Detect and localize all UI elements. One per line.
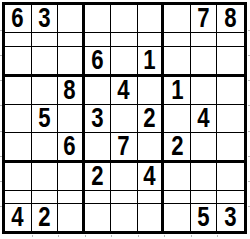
- given-digit: 8: [64, 77, 76, 104]
- cell-r4c8[interactable]: [191, 77, 218, 105]
- cell-r5c6[interactable]: 2: [138, 105, 165, 133]
- grid-edge-tick: [0, 206, 2, 207]
- cell-r4c5[interactable]: 4: [111, 77, 138, 105]
- cell-r1c3[interactable]: [58, 5, 85, 33]
- cell-r4c2[interactable]: [32, 77, 59, 105]
- given-digit: 1: [171, 77, 183, 104]
- grid-edge-tick: [32, 235, 33, 237]
- cell-r7c6[interactable]: 4: [138, 163, 165, 191]
- grid-edge-tick: [111, 235, 112, 237]
- cell-r8c5[interactable]: [111, 191, 138, 205]
- cell-r5c3[interactable]: [58, 105, 85, 133]
- grid-edge-tick: [248, 156, 250, 157]
- given-digit: 4: [12, 204, 24, 231]
- cell-r5c9[interactable]: [217, 105, 244, 133]
- cell-r3c6[interactable]: 1: [138, 47, 165, 77]
- cell-r6c6[interactable]: [138, 133, 165, 163]
- cell-r3c1[interactable]: [5, 47, 32, 77]
- cell-r1c4[interactable]: [85, 5, 112, 33]
- grid-edge-tick: [0, 80, 2, 81]
- cell-r6c9[interactable]: [217, 133, 244, 163]
- grid-edge-tick: [0, 131, 2, 132]
- cell-r4c9[interactable]: [217, 77, 244, 105]
- grid-edge-tick: [248, 206, 250, 207]
- cell-r7c9[interactable]: [217, 163, 244, 191]
- given-digit: 2: [171, 133, 183, 160]
- cell-r7c3[interactable]: [58, 163, 85, 191]
- grid-edge-tick: [58, 235, 59, 237]
- grid-edge-tick: [248, 181, 250, 182]
- cell-r4c6[interactable]: [138, 77, 165, 105]
- cell-r6c7[interactable]: 2: [164, 133, 191, 163]
- given-digit: 2: [38, 204, 50, 231]
- grid-edge-tick: [248, 30, 250, 31]
- given-digit: 7: [118, 133, 130, 160]
- sudoku-board: 6378618415324672244253: [2, 2, 247, 234]
- cell-r6c8[interactable]: [191, 133, 218, 163]
- given-digit: 6: [91, 47, 103, 74]
- cell-r3c4[interactable]: 6: [85, 47, 112, 77]
- given-digit: 2: [91, 163, 103, 190]
- cell-r3c3[interactable]: [58, 47, 85, 77]
- cell-r5c4[interactable]: 3: [85, 105, 112, 133]
- given-digit: 5: [38, 105, 50, 132]
- cell-r8c6[interactable]: [138, 191, 165, 205]
- grid-edge-tick: [138, 235, 139, 237]
- given-digit: 3: [38, 5, 50, 32]
- cell-r1c7[interactable]: [164, 5, 191, 33]
- cell-r3c2[interactable]: [32, 47, 59, 77]
- cell-r4c4[interactable]: [85, 77, 112, 105]
- cell-r7c4[interactable]: 2: [85, 163, 112, 191]
- cell-r2c2[interactable]: [32, 33, 59, 47]
- cell-r1c2[interactable]: 3: [32, 5, 59, 33]
- cell-r3c8[interactable]: [191, 47, 218, 77]
- cell-r5c8[interactable]: 4: [191, 105, 218, 133]
- given-digit: 4: [197, 105, 209, 132]
- cell-r9c2[interactable]: 2: [32, 204, 59, 231]
- given-digit: 4: [143, 163, 155, 190]
- sudoku-screenshot: { "game": "sudoku", "puzzle": { "rows": …: [0, 0, 250, 239]
- given-digit: 6: [12, 5, 24, 32]
- grid-edge-tick: [191, 235, 192, 237]
- cell-r6c1[interactable]: [5, 133, 32, 163]
- cell-r1c9[interactable]: 8: [217, 5, 244, 33]
- cell-r5c2[interactable]: 5: [32, 105, 59, 133]
- cell-r3c7[interactable]: [164, 47, 191, 77]
- cell-r9c4[interactable]: [85, 204, 112, 231]
- grid-edge-tick: [0, 181, 2, 182]
- cell-r8c7[interactable]: [164, 191, 191, 205]
- given-digit: 7: [197, 5, 209, 32]
- cell-r1c5[interactable]: [111, 5, 138, 33]
- cell-r9c5[interactable]: [111, 204, 138, 231]
- cell-r6c4[interactable]: [85, 133, 112, 163]
- cell-r4c1[interactable]: [5, 77, 32, 105]
- cell-r6c5[interactable]: 7: [111, 133, 138, 163]
- cell-r8c4[interactable]: [85, 191, 112, 205]
- grid-edge-tick: [0, 30, 2, 31]
- grid-edge-tick: [248, 55, 250, 56]
- cell-r5c1[interactable]: [5, 105, 32, 133]
- cell-r3c9[interactable]: [217, 47, 244, 77]
- grid-edge-tick: [248, 105, 250, 106]
- cell-r2c3[interactable]: [58, 33, 85, 47]
- cell-r2c9[interactable]: [217, 33, 244, 47]
- cell-r2c8[interactable]: [191, 33, 218, 47]
- grid-edge-tick: [0, 105, 2, 106]
- given-digit: 3: [225, 204, 237, 231]
- cell-r9c6[interactable]: [138, 204, 165, 231]
- cell-r5c5[interactable]: [111, 105, 138, 133]
- cell-r1c8[interactable]: 7: [191, 5, 218, 33]
- grid-edge-tick: [85, 235, 86, 237]
- cell-r2c5[interactable]: [111, 33, 138, 47]
- grid-edge-tick: [0, 156, 2, 157]
- cell-r2c1[interactable]: [5, 33, 32, 47]
- grid-edge-tick: [164, 235, 165, 237]
- cell-r9c8[interactable]: 5: [191, 204, 218, 231]
- cell-r1c6[interactable]: [138, 5, 165, 33]
- grid-edge-tick: [0, 55, 2, 56]
- cell-r4c3[interactable]: 8: [58, 77, 85, 105]
- given-digit: 4: [118, 77, 130, 104]
- cell-r3c5[interactable]: [111, 47, 138, 77]
- cell-r1c1[interactable]: 6: [5, 5, 32, 33]
- cell-r6c2[interactable]: [32, 133, 59, 163]
- given-digit: 1: [143, 47, 155, 74]
- cell-r9c9[interactable]: 3: [217, 204, 244, 231]
- cell-r7c1[interactable]: [5, 163, 32, 191]
- given-digit: 2: [143, 105, 155, 132]
- cell-r7c2[interactable]: [32, 163, 59, 191]
- grid-edge-tick: [248, 80, 250, 81]
- given-digit: 6: [64, 133, 76, 160]
- cell-r2c7[interactable]: [164, 33, 191, 47]
- grid-edge-tick: [217, 235, 218, 237]
- cell-r9c7[interactable]: [164, 204, 191, 231]
- cell-r9c3[interactable]: [58, 204, 85, 231]
- cell-r7c8[interactable]: [191, 163, 218, 191]
- cell-r6c3[interactable]: 6: [58, 133, 85, 163]
- cell-r9c1[interactable]: 4: [5, 204, 32, 231]
- cell-r8c3[interactable]: [58, 191, 85, 205]
- given-digit: 5: [197, 204, 209, 231]
- given-digit: 3: [91, 105, 103, 132]
- given-digit: 8: [225, 5, 237, 32]
- cell-r5c7[interactable]: [164, 105, 191, 133]
- grid-edge-tick: [248, 131, 250, 132]
- cell-r4c7[interactable]: 1: [164, 77, 191, 105]
- cell-r7c5[interactable]: [111, 163, 138, 191]
- cell-r7c7[interactable]: [164, 163, 191, 191]
